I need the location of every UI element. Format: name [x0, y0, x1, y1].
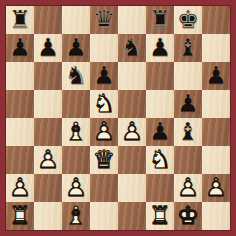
piece-outline: ♕: [90, 146, 118, 174]
black-pawn[interactable]: ♟: [174, 90, 202, 118]
piece-fill: ♝: [174, 118, 202, 146]
square-e6[interactable]: [118, 62, 146, 90]
square-g8[interactable]: ♚: [174, 6, 202, 34]
piece-outline: ♘: [90, 90, 118, 118]
square-d8[interactable]: ♛: [90, 6, 118, 34]
square-h5[interactable]: [202, 90, 230, 118]
piece-fill: ♟: [146, 118, 174, 146]
square-d4[interactable]: ♟♙: [90, 118, 118, 146]
square-c6[interactable]: ♞: [62, 62, 90, 90]
square-e2[interactable]: [118, 174, 146, 202]
square-d5[interactable]: ♞♘: [90, 90, 118, 118]
square-f1[interactable]: ♜♖: [146, 202, 174, 230]
piece-outline: ♙: [90, 118, 118, 146]
square-f5[interactable]: [146, 90, 174, 118]
black-pawn[interactable]: ♟: [202, 62, 230, 90]
black-bishop[interactable]: ♝: [174, 118, 202, 146]
black-pawn[interactable]: ♟: [146, 118, 174, 146]
black-king[interactable]: ♚: [174, 6, 202, 34]
black-pawn[interactable]: ♟: [146, 34, 174, 62]
square-b5[interactable]: [34, 90, 62, 118]
black-queen[interactable]: ♛: [90, 6, 118, 34]
square-c8[interactable]: [62, 6, 90, 34]
white-knight[interactable]: ♞♘: [90, 90, 118, 118]
square-a2[interactable]: ♟♙: [6, 174, 34, 202]
square-c3[interactable]: [62, 146, 90, 174]
square-b8[interactable]: [34, 6, 62, 34]
white-bishop[interactable]: ♝♗: [62, 202, 90, 230]
black-knight[interactable]: ♞: [62, 62, 90, 90]
square-b4[interactable]: [34, 118, 62, 146]
piece-outline: ♘: [146, 146, 174, 174]
square-c4[interactable]: ♝♗: [62, 118, 90, 146]
piece-fill: ♟: [202, 62, 230, 90]
square-g2[interactable]: ♟♙: [174, 174, 202, 202]
square-a3[interactable]: [6, 146, 34, 174]
piece-fill: ♟: [90, 62, 118, 90]
square-h3[interactable]: [202, 146, 230, 174]
chess-board: ♜♛♜♚♟♟♟♞♟♝♞♟♟♞♘♟♝♗♟♙♟♙♟♝♟♙♛♕♞♘♟♙♟♙♟♙♟♙♜♖…: [6, 6, 230, 230]
piece-fill: ♛: [90, 6, 118, 34]
piece-fill: ♚: [174, 6, 202, 34]
piece-outline: ♔: [174, 202, 202, 230]
square-c5[interactable]: [62, 90, 90, 118]
piece-outline: ♗: [62, 202, 90, 230]
white-knight[interactable]: ♞♘: [146, 146, 174, 174]
square-h4[interactable]: [202, 118, 230, 146]
black-knight[interactable]: ♞: [118, 34, 146, 62]
piece-fill: ♟: [62, 34, 90, 62]
piece-outline: ♙: [6, 174, 34, 202]
square-f2[interactable]: [146, 174, 174, 202]
piece-fill: ♜: [146, 6, 174, 34]
square-f8[interactable]: ♜: [146, 6, 174, 34]
square-g4[interactable]: ♝: [174, 118, 202, 146]
square-a5[interactable]: [6, 90, 34, 118]
square-d6[interactable]: ♟: [90, 62, 118, 90]
chess-board-frame: ♜♛♜♚♟♟♟♞♟♝♞♟♟♞♘♟♝♗♟♙♟♙♟♝♟♙♛♕♞♘♟♙♟♙♟♙♟♙♜♖…: [0, 0, 236, 236]
square-d3[interactable]: ♛♕: [90, 146, 118, 174]
square-c1[interactable]: ♝♗: [62, 202, 90, 230]
square-g6[interactable]: [174, 62, 202, 90]
black-rook[interactable]: ♜: [6, 6, 34, 34]
square-b3[interactable]: ♟♙: [34, 146, 62, 174]
piece-fill: ♟: [6, 34, 34, 62]
square-b1[interactable]: [34, 202, 62, 230]
square-g5[interactable]: ♟: [174, 90, 202, 118]
square-f7[interactable]: ♟: [146, 34, 174, 62]
square-e3[interactable]: [118, 146, 146, 174]
square-e1[interactable]: [118, 202, 146, 230]
white-pawn[interactable]: ♟♙: [6, 174, 34, 202]
white-pawn[interactable]: ♟♙: [118, 118, 146, 146]
square-f4[interactable]: ♟: [146, 118, 174, 146]
black-bishop[interactable]: ♝: [174, 34, 202, 62]
black-pawn[interactable]: ♟: [34, 34, 62, 62]
piece-fill: ♟: [34, 34, 62, 62]
piece-outline: ♖: [6, 202, 34, 230]
square-b7[interactable]: ♟: [34, 34, 62, 62]
piece-fill: ♟: [146, 34, 174, 62]
square-c7[interactable]: ♟: [62, 34, 90, 62]
black-pawn[interactable]: ♟: [62, 34, 90, 62]
black-pawn[interactable]: ♟: [6, 34, 34, 62]
square-a1[interactable]: ♜♖: [6, 202, 34, 230]
piece-fill: ♟: [174, 90, 202, 118]
square-h6[interactable]: ♟: [202, 62, 230, 90]
square-e7[interactable]: ♞: [118, 34, 146, 62]
square-e8[interactable]: [118, 6, 146, 34]
black-pawn[interactable]: ♟: [90, 62, 118, 90]
piece-outline: ♖: [146, 202, 174, 230]
square-d2[interactable]: [90, 174, 118, 202]
white-rook[interactable]: ♜♖: [146, 202, 174, 230]
square-c2[interactable]: ♟♙: [62, 174, 90, 202]
white-pawn[interactable]: ♟♙: [90, 118, 118, 146]
white-king[interactable]: ♚♔: [174, 202, 202, 230]
square-h1[interactable]: [202, 202, 230, 230]
white-bishop[interactable]: ♝♗: [62, 118, 90, 146]
black-rook[interactable]: ♜: [146, 6, 174, 34]
square-e4[interactable]: ♟♙: [118, 118, 146, 146]
square-g1[interactable]: ♚♔: [174, 202, 202, 230]
square-b2[interactable]: [34, 174, 62, 202]
square-e5[interactable]: [118, 90, 146, 118]
square-h2[interactable]: ♟♙: [202, 174, 230, 202]
piece-outline: ♗: [62, 118, 90, 146]
square-b6[interactable]: [34, 62, 62, 90]
square-a7[interactable]: ♟: [6, 34, 34, 62]
piece-outline: ♙: [174, 174, 202, 202]
square-a6[interactable]: [6, 62, 34, 90]
piece-outline: ♙: [118, 118, 146, 146]
square-d7[interactable]: [90, 34, 118, 62]
square-f6[interactable]: [146, 62, 174, 90]
white-pawn[interactable]: ♟♙: [174, 174, 202, 202]
white-rook[interactable]: ♜♖: [6, 202, 34, 230]
piece-fill: ♜: [6, 6, 34, 34]
white-pawn[interactable]: ♟♙: [62, 174, 90, 202]
square-h7[interactable]: [202, 34, 230, 62]
square-h8[interactable]: [202, 6, 230, 34]
square-a8[interactable]: ♜: [6, 6, 34, 34]
square-g3[interactable]: [174, 146, 202, 174]
piece-fill: ♝: [174, 34, 202, 62]
piece-fill: ♞: [62, 62, 90, 90]
white-queen[interactable]: ♛♕: [90, 146, 118, 174]
square-d1[interactable]: [90, 202, 118, 230]
square-g7[interactable]: ♝: [174, 34, 202, 62]
square-a4[interactable]: [6, 118, 34, 146]
white-pawn[interactable]: ♟♙: [202, 174, 230, 202]
piece-outline: ♙: [202, 174, 230, 202]
piece-outline: ♙: [34, 146, 62, 174]
square-f3[interactable]: ♞♘: [146, 146, 174, 174]
piece-fill: ♞: [118, 34, 146, 62]
white-pawn[interactable]: ♟♙: [34, 146, 62, 174]
piece-outline: ♙: [62, 174, 90, 202]
